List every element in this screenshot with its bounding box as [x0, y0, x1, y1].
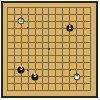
- intersection-N3[interactable]: [87, 73, 94, 80]
- intersection-N2[interactable]: [87, 80, 94, 87]
- intersection-J9[interactable]: [59, 32, 66, 39]
- intersection-B13[interactable]: [11, 4, 18, 11]
- hoshi-point: [48, 48, 50, 50]
- intersection-A13[interactable]: [4, 4, 11, 11]
- intersection-C6[interactable]: [18, 52, 25, 59]
- intersection-F8[interactable]: [39, 39, 46, 46]
- intersection-M13[interactable]: [80, 4, 87, 11]
- intersection-J11[interactable]: [59, 18, 66, 25]
- go-diagram-page: 21354: [0, 0, 100, 100]
- intersection-G8[interactable]: [46, 39, 53, 46]
- intersection-N8[interactable]: [87, 39, 94, 46]
- intersection-M10[interactable]: [80, 25, 87, 32]
- intersection-M7[interactable]: [80, 46, 87, 53]
- intersection-M9[interactable]: [80, 32, 87, 39]
- intersection-G7[interactable]: [46, 46, 53, 53]
- intersection-D6[interactable]: [25, 52, 32, 59]
- intersection-F11[interactable]: [39, 18, 46, 25]
- intersection-H12[interactable]: [52, 11, 59, 18]
- intersection-B6[interactable]: [11, 52, 18, 59]
- intersection-K12[interactable]: [66, 11, 73, 18]
- hoshi-point: [69, 69, 71, 71]
- intersection-N11[interactable]: [87, 18, 94, 25]
- intersection-D13[interactable]: [25, 4, 32, 11]
- intersection-B5[interactable]: [11, 59, 18, 66]
- intersection-D11[interactable]: [25, 18, 32, 25]
- intersection-E6[interactable]: [32, 52, 39, 59]
- intersection-N5[interactable]: [87, 59, 94, 66]
- intersection-L12[interactable]: [73, 11, 80, 18]
- intersection-G6[interactable]: [46, 52, 53, 59]
- intersection-K1[interactable]: [66, 87, 73, 94]
- intersection-B3[interactable]: [11, 73, 18, 80]
- intersection-N10[interactable]: [87, 25, 94, 32]
- intersection-E11[interactable]: [32, 18, 39, 25]
- intersection-G11[interactable]: [46, 18, 53, 25]
- intersection-J6[interactable]: [59, 52, 66, 59]
- intersection-E8[interactable]: [32, 39, 39, 46]
- intersection-E10[interactable]: [32, 25, 39, 32]
- intersection-K5[interactable]: [66, 59, 73, 66]
- intersection-K6[interactable]: [66, 52, 73, 59]
- intersection-F4[interactable]: [39, 66, 46, 73]
- intersection-N12[interactable]: [87, 11, 94, 18]
- intersection-A7[interactable]: [4, 46, 11, 53]
- intersection-G4[interactable]: [46, 66, 53, 73]
- intersection-H5[interactable]: [52, 59, 59, 66]
- intersection-L1[interactable]: [73, 87, 80, 94]
- intersection-K4[interactable]: [66, 66, 73, 73]
- intersection-J5[interactable]: [59, 59, 66, 66]
- intersection-K8[interactable]: [66, 39, 73, 46]
- intersection-D1[interactable]: [25, 87, 32, 94]
- intersection-L8[interactable]: [73, 39, 80, 46]
- intersection-C11[interactable]: 2: [18, 18, 25, 25]
- intersection-B1[interactable]: [11, 87, 18, 94]
- intersection-C2[interactable]: [18, 80, 25, 87]
- intersection-E13[interactable]: [32, 4, 39, 11]
- intersection-D8[interactable]: [25, 39, 32, 46]
- intersection-D7[interactable]: [25, 46, 32, 53]
- intersection-J1[interactable]: [59, 87, 66, 94]
- intersection-G10[interactable]: [46, 25, 53, 32]
- intersection-B10[interactable]: [11, 25, 18, 32]
- intersection-D10[interactable]: [25, 25, 32, 32]
- hoshi-point: [27, 69, 29, 71]
- intersection-K9[interactable]: [66, 32, 73, 39]
- intersection-J8[interactable]: [59, 39, 66, 46]
- intersection-H6[interactable]: [52, 52, 59, 59]
- intersection-C9[interactable]: [18, 32, 25, 39]
- intersection-L7[interactable]: [73, 46, 80, 53]
- intersection-E2[interactable]: [32, 80, 39, 87]
- intersection-H1[interactable]: [52, 87, 59, 94]
- intersection-H7[interactable]: [52, 46, 59, 53]
- intersection-B2[interactable]: [11, 80, 18, 87]
- intersection-M12[interactable]: [80, 11, 87, 18]
- intersection-E5[interactable]: [32, 59, 39, 66]
- intersection-A3[interactable]: [4, 73, 11, 80]
- intersection-L9[interactable]: [73, 32, 80, 39]
- intersection-G5[interactable]: [46, 59, 53, 66]
- intersection-M4[interactable]: [80, 66, 87, 73]
- intersection-L2[interactable]: [73, 80, 80, 87]
- intersection-G9[interactable]: [46, 32, 53, 39]
- intersection-B8[interactable]: [11, 39, 18, 46]
- intersection-G3[interactable]: [46, 73, 53, 80]
- intersection-F5[interactable]: [39, 59, 46, 66]
- intersection-N6[interactable]: [87, 52, 94, 59]
- intersection-K10[interactable]: 1: [66, 25, 73, 32]
- intersection-F9[interactable]: [39, 32, 46, 39]
- intersection-N1[interactable]: [87, 87, 94, 94]
- intersection-F10[interactable]: [39, 25, 46, 32]
- intersection-G13[interactable]: [46, 4, 53, 11]
- intersection-F1[interactable]: [39, 87, 46, 94]
- intersection-F3[interactable]: [39, 73, 46, 80]
- intersection-N13[interactable]: [87, 4, 94, 11]
- intersection-K7[interactable]: [66, 46, 73, 53]
- intersection-J3[interactable]: [59, 73, 66, 80]
- intersection-N9[interactable]: [87, 32, 94, 39]
- go-board-grid: 21354: [4, 4, 94, 94]
- intersection-L6[interactable]: [73, 52, 80, 59]
- intersection-H11[interactable]: [52, 18, 59, 25]
- intersection-G1[interactable]: [46, 87, 53, 94]
- intersection-D2[interactable]: [25, 80, 32, 87]
- intersection-H2[interactable]: [52, 80, 59, 87]
- intersection-H10[interactable]: [52, 25, 59, 32]
- intersection-C8[interactable]: [18, 39, 25, 46]
- intersection-H13[interactable]: [52, 4, 59, 11]
- intersection-J2[interactable]: [59, 80, 66, 87]
- intersection-M11[interactable]: [80, 18, 87, 25]
- intersection-A12[interactable]: [4, 11, 11, 18]
- intersection-D5[interactable]: [25, 59, 32, 66]
- intersection-M2[interactable]: [80, 80, 87, 87]
- intersection-L3[interactable]: 4: [73, 73, 80, 80]
- intersection-G12[interactable]: [46, 11, 53, 18]
- intersection-C1[interactable]: [18, 87, 25, 94]
- intersection-H4[interactable]: [52, 66, 59, 73]
- intersection-F7[interactable]: [39, 46, 46, 53]
- intersection-A5[interactable]: [4, 59, 11, 66]
- intersection-B9[interactable]: [11, 32, 18, 39]
- intersection-A2[interactable]: [4, 80, 11, 87]
- intersection-D9[interactable]: [25, 32, 32, 39]
- intersection-H3[interactable]: [52, 73, 59, 80]
- intersection-A4[interactable]: [4, 66, 11, 73]
- intersection-A11[interactable]: [4, 18, 11, 25]
- intersection-M6[interactable]: [80, 52, 87, 59]
- intersection-D4[interactable]: [25, 66, 32, 73]
- intersection-L11[interactable]: [73, 18, 80, 25]
- intersection-N7[interactable]: [87, 46, 94, 53]
- intersection-C13[interactable]: [18, 4, 25, 11]
- intersection-J12[interactable]: [59, 11, 66, 18]
- intersection-C4[interactable]: 3: [18, 66, 25, 73]
- intersection-A8[interactable]: [4, 39, 11, 46]
- intersection-C7[interactable]: [18, 46, 25, 53]
- intersection-K13[interactable]: [66, 4, 73, 11]
- intersection-D12[interactable]: [25, 11, 32, 18]
- intersection-F6[interactable]: [39, 52, 46, 59]
- intersection-F2[interactable]: [39, 80, 46, 87]
- hoshi-point: [27, 27, 29, 29]
- intersection-A6[interactable]: [4, 52, 11, 59]
- intersection-F13[interactable]: [39, 4, 46, 11]
- intersection-J4[interactable]: [59, 66, 66, 73]
- intersection-L5[interactable]: [73, 59, 80, 66]
- intersection-M1[interactable]: [80, 87, 87, 94]
- intersection-G2[interactable]: [46, 80, 53, 87]
- intersection-J13[interactable]: [59, 4, 66, 11]
- intersection-M5[interactable]: [80, 59, 87, 66]
- intersection-E7[interactable]: [32, 46, 39, 53]
- intersection-N4[interactable]: [87, 66, 94, 73]
- intersection-B7[interactable]: [11, 46, 18, 53]
- intersection-B12[interactable]: [11, 11, 18, 18]
- intersection-J7[interactable]: [59, 46, 66, 53]
- intersection-E9[interactable]: [32, 32, 39, 39]
- intersection-H8[interactable]: [52, 39, 59, 46]
- intersection-E3[interactable]: 5: [32, 73, 39, 80]
- intersection-L13[interactable]: [73, 4, 80, 11]
- intersection-A1[interactable]: [4, 87, 11, 94]
- intersection-M3[interactable]: [80, 73, 87, 80]
- intersection-K2[interactable]: [66, 80, 73, 87]
- intersection-A9[interactable]: [4, 32, 11, 39]
- intersection-F12[interactable]: [39, 11, 46, 18]
- intersection-E12[interactable]: [32, 11, 39, 18]
- intersection-L10[interactable]: [73, 25, 80, 32]
- intersection-A10[interactable]: [4, 25, 11, 32]
- intersection-H9[interactable]: [52, 32, 59, 39]
- intersection-M8[interactable]: [80, 39, 87, 46]
- intersection-E1[interactable]: [32, 87, 39, 94]
- go-board: 21354: [1, 1, 98, 98]
- intersection-C10[interactable]: [18, 25, 25, 32]
- intersection-C3[interactable]: [18, 73, 25, 80]
